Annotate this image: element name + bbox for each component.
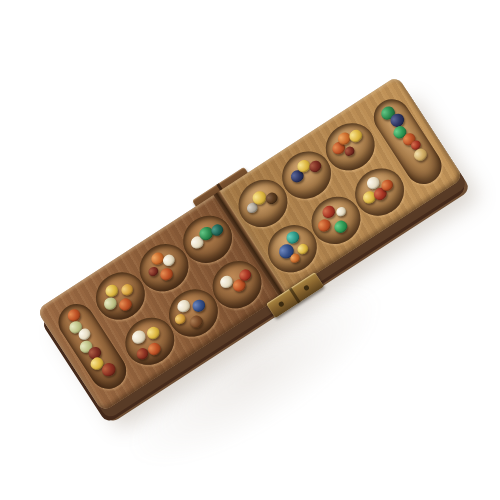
product-photo-scene: [0, 0, 500, 500]
stone-cream: [334, 205, 347, 218]
stone-emerald: [332, 218, 349, 235]
stone-pale_green: [102, 295, 119, 312]
stone-cream: [175, 298, 192, 315]
stone-maroon: [147, 265, 160, 278]
stone-carnelian: [117, 296, 134, 313]
stone-carnelian: [158, 266, 175, 283]
stone-dark_brown: [264, 190, 280, 206]
stone-cream: [129, 328, 148, 347]
stone-yellow: [347, 127, 364, 144]
stone-maroon: [307, 159, 323, 175]
stone-amber: [119, 282, 135, 298]
stone-sodalite: [190, 297, 207, 314]
stone-carnelian: [316, 217, 333, 234]
stone-yellow: [145, 324, 162, 341]
stone-amber: [173, 312, 188, 326]
stone-brown: [188, 313, 205, 330]
